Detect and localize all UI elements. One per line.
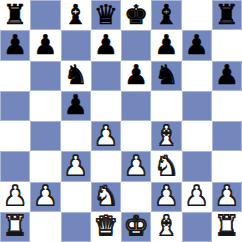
square-a7[interactable]: ♟ (0, 30, 30, 60)
piece-white-pawn[interactable]: ♟ (185, 182, 209, 209)
square-b8[interactable] (30, 0, 60, 30)
square-c1[interactable] (61, 212, 91, 242)
piece-white-bishop[interactable]: ♝ (154, 212, 178, 239)
piece-black-pawn[interactable]: ♟ (154, 31, 178, 58)
square-d3[interactable] (91, 151, 121, 181)
piece-white-pawn[interactable]: ♟ (94, 122, 118, 149)
piece-black-rook[interactable]: ♜ (215, 1, 239, 28)
piece-black-king[interactable]: ♚ (124, 1, 148, 28)
piece-white-bishop[interactable]: ♝ (154, 122, 178, 149)
square-b4[interactable] (30, 121, 60, 151)
square-g3[interactable] (182, 151, 212, 181)
square-f2[interactable]: ♟ (151, 182, 181, 212)
piece-black-queen[interactable]: ♛ (94, 1, 118, 28)
square-a5[interactable] (0, 91, 30, 121)
square-e8[interactable]: ♚ (121, 0, 151, 30)
square-f6[interactable]: ♞ (151, 61, 181, 91)
piece-white-knight[interactable]: ♞ (154, 152, 178, 179)
square-h5[interactable] (212, 91, 242, 121)
square-d5[interactable] (91, 91, 121, 121)
square-h1[interactable]: ♜ (212, 212, 242, 242)
square-d4[interactable]: ♟ (91, 121, 121, 151)
piece-white-pawn[interactable]: ♟ (64, 152, 88, 179)
piece-black-pawn[interactable]: ♟ (94, 31, 118, 58)
square-h6[interactable]: ♟ (212, 61, 242, 91)
square-d8[interactable]: ♛ (91, 0, 121, 30)
piece-white-pawn[interactable]: ♟ (124, 152, 148, 179)
square-f8[interactable]: ♝ (151, 0, 181, 30)
square-e7[interactable] (121, 30, 151, 60)
square-g1[interactable] (182, 212, 212, 242)
piece-white-pawn[interactable]: ♟ (215, 182, 239, 209)
square-e2[interactable] (121, 182, 151, 212)
square-a4[interactable] (0, 121, 30, 151)
square-g4[interactable] (182, 121, 212, 151)
square-a8[interactable]: ♜ (0, 0, 30, 30)
square-g6[interactable] (182, 61, 212, 91)
piece-white-king[interactable]: ♚ (124, 212, 148, 239)
piece-black-pawn[interactable]: ♟ (215, 61, 239, 88)
square-c2[interactable] (61, 182, 91, 212)
chess-board: ♜♝♛♚♝♜♟♟♟♟♟♞♟♞♟♟♟♝♟♟♞♟♟♞♟♟♟♜♛♚♝♜ (0, 0, 242, 242)
piece-white-rook[interactable]: ♜ (215, 212, 239, 239)
piece-white-queen[interactable]: ♛ (94, 212, 118, 239)
square-e6[interactable]: ♟ (121, 61, 151, 91)
square-e4[interactable] (121, 121, 151, 151)
square-b2[interactable]: ♟ (30, 182, 60, 212)
square-d1[interactable]: ♛ (91, 212, 121, 242)
square-b6[interactable] (30, 61, 60, 91)
piece-white-pawn[interactable]: ♟ (33, 182, 57, 209)
square-c6[interactable]: ♞ (61, 61, 91, 91)
square-f5[interactable] (151, 91, 181, 121)
square-d2[interactable]: ♞ (91, 182, 121, 212)
square-h4[interactable] (212, 121, 242, 151)
piece-white-knight[interactable]: ♞ (94, 182, 118, 209)
square-g8[interactable] (182, 0, 212, 30)
square-f7[interactable]: ♟ (151, 30, 181, 60)
square-c3[interactable]: ♟ (61, 151, 91, 181)
square-f1[interactable]: ♝ (151, 212, 181, 242)
piece-black-knight[interactable]: ♞ (64, 61, 88, 88)
square-f3[interactable]: ♞ (151, 151, 181, 181)
square-g2[interactable]: ♟ (182, 182, 212, 212)
square-b1[interactable] (30, 212, 60, 242)
piece-white-rook[interactable]: ♜ (3, 212, 27, 239)
piece-black-bishop[interactable]: ♝ (154, 1, 178, 28)
square-c8[interactable]: ♝ (61, 0, 91, 30)
square-h2[interactable]: ♟ (212, 182, 242, 212)
piece-black-pawn[interactable]: ♟ (33, 31, 57, 58)
square-e1[interactable]: ♚ (121, 212, 151, 242)
piece-white-pawn[interactable]: ♟ (154, 182, 178, 209)
piece-black-pawn[interactable]: ♟ (64, 91, 88, 118)
square-h8[interactable]: ♜ (212, 0, 242, 30)
piece-white-pawn[interactable]: ♟ (3, 182, 27, 209)
square-a2[interactable]: ♟ (0, 182, 30, 212)
square-g7[interactable]: ♟ (182, 30, 212, 60)
piece-black-rook[interactable]: ♜ (3, 1, 27, 28)
piece-black-bishop[interactable]: ♝ (64, 1, 88, 28)
square-f4[interactable]: ♝ (151, 121, 181, 151)
square-h7[interactable] (212, 30, 242, 60)
square-c4[interactable] (61, 121, 91, 151)
piece-black-pawn[interactable]: ♟ (3, 31, 27, 58)
square-b5[interactable] (30, 91, 60, 121)
square-b3[interactable] (30, 151, 60, 181)
square-g5[interactable] (182, 91, 212, 121)
square-e5[interactable] (121, 91, 151, 121)
square-a6[interactable] (0, 61, 30, 91)
square-a1[interactable]: ♜ (0, 212, 30, 242)
square-e3[interactable]: ♟ (121, 151, 151, 181)
piece-black-pawn[interactable]: ♟ (124, 61, 148, 88)
square-d6[interactable] (91, 61, 121, 91)
square-h3[interactable] (212, 151, 242, 181)
square-b7[interactable]: ♟ (30, 30, 60, 60)
square-d7[interactable]: ♟ (91, 30, 121, 60)
square-c5[interactable]: ♟ (61, 91, 91, 121)
square-a3[interactable] (0, 151, 30, 181)
piece-black-pawn[interactable]: ♟ (185, 31, 209, 58)
piece-black-knight[interactable]: ♞ (154, 61, 178, 88)
square-c7[interactable] (61, 30, 91, 60)
